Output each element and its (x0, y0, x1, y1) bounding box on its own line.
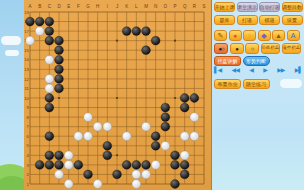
stone-black (103, 151, 112, 160)
top-button-课堂演示[interactable]: 课堂演示 (237, 2, 258, 12)
menu-button-题库[interactable]: 题库 (214, 15, 235, 25)
board-button-切换棋盘[interactable]: 切换棋盘 (261, 43, 281, 54)
stone-white (64, 151, 73, 160)
stone-black (132, 160, 141, 169)
stone-white (103, 122, 112, 131)
row-label: 19 (24, 10, 29, 15)
star-point (58, 97, 60, 99)
column-label: F (77, 4, 80, 9)
column-label: R (193, 4, 197, 9)
row-label: 8 (26, 115, 29, 120)
stone-black (161, 122, 170, 131)
stone-black (55, 160, 64, 169)
row-label: 17 (24, 29, 29, 34)
stone-black (171, 180, 180, 189)
column-label: I (107, 4, 108, 9)
star-point (116, 40, 118, 42)
action-row: 挂盘讲解 形势判断 (214, 56, 270, 66)
row-label: 4 (26, 153, 29, 158)
star-point (116, 154, 118, 156)
white-stone-tool[interactable]: ○ (245, 43, 259, 54)
stone-black (45, 132, 54, 141)
stone-black (45, 151, 54, 160)
stone-black (35, 160, 44, 169)
stone-white (190, 132, 199, 141)
stone-black (45, 17, 54, 26)
stone-white (84, 132, 93, 141)
row-label: 1 (26, 182, 29, 187)
stone-black (142, 160, 151, 169)
diamond-mark-tool-icon[interactable]: ◆ (258, 30, 271, 41)
go-board[interactable]: ABCDEFGHIJKLMNOPQRS191817161514131211109… (24, 0, 212, 190)
column-label: K (125, 4, 128, 9)
column-label: A (28, 4, 31, 9)
stone-white (151, 160, 160, 169)
stone-white (64, 160, 73, 169)
bottom-button-随堂练习[interactable]: 随堂练习 (243, 79, 270, 89)
stone-black (180, 103, 189, 112)
row-label: 10 (24, 96, 29, 101)
mark-tools-row: ✎●○◆▲A (214, 30, 301, 41)
stone-black (142, 46, 151, 55)
top-button-调整目数[interactable]: 调整目数 (282, 2, 303, 12)
cloud-decoration (5, 50, 19, 56)
row-label: 3 (26, 163, 29, 168)
row-label: 15 (24, 48, 29, 53)
lecture-button[interactable]: 挂盘讲解 (214, 56, 241, 66)
stone-white (45, 84, 54, 93)
go-to-end-button[interactable]: ▶▌ (295, 67, 302, 73)
go-to-start-button[interactable]: ▌◀ (214, 67, 221, 73)
column-label: O (164, 4, 168, 9)
column-label: E (67, 4, 70, 9)
cloud-decoration (280, 79, 302, 88)
column-label: D (57, 4, 61, 9)
stone-black (151, 132, 160, 141)
top-button-自动打谱[interactable]: 自动打谱 (259, 2, 280, 12)
bottom-button-布置作业[interactable]: 布置作业 (214, 79, 241, 89)
ring-mark-tool-icon[interactable]: ○ (243, 30, 256, 41)
stone-black (45, 27, 54, 36)
stone-black (84, 170, 93, 179)
column-label: B (38, 4, 41, 9)
stone-white (35, 27, 44, 36)
stone-white (74, 132, 83, 141)
column-label: N (154, 4, 157, 9)
column-label: L (135, 4, 138, 9)
stone-black (103, 141, 112, 150)
fast-forward-button[interactable]: ▶▶ (277, 67, 284, 73)
column-label: J (116, 4, 118, 9)
black-stone-tool[interactable]: ● (230, 43, 244, 54)
top-button-开始上课[interactable]: 开始上课 (214, 2, 235, 12)
stone-white (45, 55, 54, 64)
column-label: S (202, 4, 205, 9)
stone-black (55, 46, 64, 55)
stone-black (132, 27, 141, 36)
stone-black (180, 160, 189, 169)
stone-black (45, 160, 54, 169)
menu-button-row: 题库打谱棋谱设置 (214, 15, 304, 25)
row-label: 2 (26, 172, 29, 177)
stone-white (122, 132, 131, 141)
stone-white (142, 122, 151, 131)
stone-black (122, 27, 131, 36)
stone-black (55, 151, 64, 160)
star-point (174, 40, 176, 42)
stone-white (93, 180, 102, 189)
stone-black (171, 151, 180, 160)
stone-black (55, 74, 64, 83)
bottom-button-row: 布置作业随堂练习 (214, 79, 271, 89)
stone-white (142, 170, 151, 179)
stone-black (151, 36, 160, 45)
stone-black (113, 170, 122, 179)
stone-white (64, 180, 73, 189)
menu-button-设置[interactable]: 设置 (282, 15, 303, 25)
stone-black (55, 55, 64, 64)
stone-black (35, 17, 44, 26)
row-label: 13 (24, 67, 29, 72)
row-label: 11 (24, 86, 29, 91)
stone-white (84, 113, 93, 122)
stone-white (132, 170, 141, 179)
column-label: H (96, 4, 99, 9)
stone-black (55, 84, 64, 93)
step-forward-button[interactable]: ▶ (263, 67, 267, 73)
score-estimate-button[interactable]: 形势判断 (243, 56, 270, 66)
stone-white (93, 122, 102, 131)
stone-black (45, 103, 54, 112)
star-point (174, 97, 176, 99)
stone-white (132, 180, 141, 189)
stone-white (55, 170, 64, 179)
stone-black (171, 160, 180, 169)
stone-black (122, 160, 131, 169)
stone-black (26, 17, 35, 26)
stone-tools-row: ●○●○切换棋盘清空棋盘 (214, 43, 303, 54)
row-label: 14 (24, 57, 29, 62)
stone-black (55, 65, 64, 74)
circle-mark-tool-icon[interactable]: ● (229, 30, 242, 41)
alternate-stone-tool[interactable]: ●○ (214, 43, 228, 54)
column-label: Q (183, 4, 187, 9)
column-label: C (48, 4, 52, 9)
row-label: 9 (26, 105, 29, 110)
stone-black (55, 36, 64, 45)
pen-tool-icon[interactable]: ✎ (214, 30, 227, 41)
stone-white (45, 74, 54, 83)
stone-black (161, 103, 170, 112)
stone-white (180, 132, 189, 141)
stone-white (161, 141, 170, 150)
column-label: M (144, 4, 148, 9)
stone-black (180, 94, 189, 103)
menu-button-打谱[interactable]: 打谱 (237, 15, 258, 25)
stone-black (180, 170, 189, 179)
row-label: 12 (24, 77, 29, 82)
column-label: G (86, 4, 90, 9)
stone-black (74, 160, 83, 169)
stone-black (142, 27, 151, 36)
step-backward-button[interactable]: ◀ (249, 67, 253, 73)
menu-button-棋谱[interactable]: 棋谱 (259, 15, 280, 25)
stone-black (45, 36, 54, 45)
control-panel: 开始上课课堂演示自动打谱调整目数 题库打谱棋谱设置 ✎●○◆▲A ●○●○切换棋… (212, 0, 304, 190)
stone-white (180, 151, 189, 160)
row-label: 6 (26, 134, 29, 139)
top-button-row: 开始上课课堂演示自动打谱调整目数 (214, 2, 304, 12)
stone-black (151, 141, 160, 150)
board-button-清空棋盘[interactable]: 清空棋盘 (282, 43, 302, 54)
stone-black (161, 113, 170, 122)
stone-black (45, 94, 54, 103)
letter-mark-tool-icon[interactable]: A (287, 30, 300, 41)
fast-backward-button[interactable]: ◀◀ (232, 67, 239, 73)
star-point (116, 97, 118, 99)
row-label: 5 (26, 143, 29, 148)
cloud-decoration (1, 36, 21, 45)
stone-white (190, 113, 199, 122)
row-label: 7 (26, 124, 29, 129)
column-label: P (173, 4, 176, 9)
media-controls-row: ▌◀◀◀◀▶▶▶▶▌ (214, 67, 302, 73)
stone-white (26, 36, 35, 45)
stone-black (190, 94, 199, 103)
app-window: ABCDEFGHIJKLMNOPQRS191817161514131211109… (0, 0, 304, 190)
triangle-mark-tool-icon[interactable]: ▲ (272, 30, 285, 41)
